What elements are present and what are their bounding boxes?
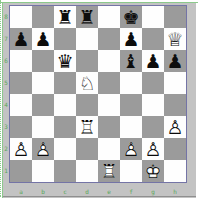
piece-black-pawn[interactable]: ♟ (164, 50, 186, 72)
piece-black-pawn[interactable]: ♟ (120, 28, 142, 50)
square-h6[interactable]: ♟ (164, 50, 186, 72)
rank-label-4: 4 (3, 94, 9, 116)
white-pawn-icon: ♙ (32, 138, 54, 160)
file-label-h: h (164, 187, 186, 197)
square-g1[interactable]: ♚♔ (142, 160, 164, 182)
square-d4[interactable] (76, 94, 98, 116)
piece-black-rook[interactable]: ♜ (54, 6, 76, 28)
piece-white-rook[interactable]: ♜♖ (98, 160, 120, 182)
piece-black-rook[interactable]: ♜ (76, 6, 98, 28)
square-c5[interactable] (54, 72, 76, 94)
square-b6[interactable] (32, 50, 54, 72)
rank-label-1: 1 (3, 160, 9, 182)
square-f2[interactable]: ♟♙ (120, 138, 142, 160)
black-rook-icon: ♜ (76, 6, 98, 28)
square-c3[interactable] (54, 116, 76, 138)
square-b1[interactable] (32, 160, 54, 182)
square-e2[interactable] (98, 138, 120, 160)
file-label-d: d (76, 187, 98, 197)
piece-black-queen[interactable]: ♛ (54, 50, 76, 72)
white-pawn-icon: ♙ (120, 138, 142, 160)
square-h5[interactable] (164, 72, 186, 94)
square-a7[interactable]: ♟ (10, 28, 32, 50)
square-a8[interactable] (10, 6, 32, 28)
white-king-icon: ♔ (142, 160, 164, 182)
square-a6[interactable] (10, 50, 32, 72)
square-c2[interactable] (54, 138, 76, 160)
square-e1[interactable]: ♜♖ (98, 160, 120, 182)
square-a3[interactable] (10, 116, 32, 138)
square-c1[interactable] (54, 160, 76, 182)
rank-label-6: 6 (3, 50, 9, 72)
black-pawn-icon: ♟ (32, 28, 54, 50)
square-e3[interactable] (98, 116, 120, 138)
square-h1[interactable] (164, 160, 186, 182)
file-label-g: g (142, 187, 164, 197)
white-pawn-icon: ♙ (164, 116, 186, 138)
square-b7[interactable]: ♟ (32, 28, 54, 50)
square-f1[interactable] (120, 160, 142, 182)
rank-label-3: 3 (3, 116, 9, 138)
file-label-b: b (32, 187, 54, 197)
square-b2[interactable]: ♟♙ (32, 138, 54, 160)
square-c6[interactable]: ♛ (54, 50, 76, 72)
square-e7[interactable] (98, 28, 120, 50)
square-g7[interactable] (142, 28, 164, 50)
square-g6[interactable]: ♟ (142, 50, 164, 72)
square-h3[interactable]: ♟♙ (164, 116, 186, 138)
white-pawn-icon: ♙ (10, 138, 32, 160)
piece-black-bishop[interactable]: ♝ (120, 50, 142, 72)
square-f8[interactable]: ♚ (120, 6, 142, 28)
square-c7[interactable] (54, 28, 76, 50)
chess-board[interactable]: ♜♜♚♟♟♟♛♕♛♝♟♟♞♘♜♖♟♙♟♙♟♙♟♙♟♙♜♖♚♔ (9, 5, 187, 183)
piece-white-knight[interactable]: ♞♘ (76, 72, 98, 94)
rank-label-5: 5 (3, 72, 9, 94)
piece-black-pawn[interactable]: ♟ (10, 28, 32, 50)
white-queen-icon: ♕ (164, 28, 186, 50)
square-h4[interactable] (164, 94, 186, 116)
square-e4[interactable] (98, 94, 120, 116)
square-g4[interactable] (142, 94, 164, 116)
piece-white-pawn[interactable]: ♟♙ (142, 138, 164, 160)
piece-black-king[interactable]: ♚ (120, 6, 142, 28)
square-h2[interactable] (164, 138, 186, 160)
square-c8[interactable]: ♜ (54, 6, 76, 28)
file-label-a: a (10, 187, 32, 197)
piece-white-rook[interactable]: ♜♖ (76, 116, 98, 138)
square-d8[interactable]: ♜ (76, 6, 98, 28)
square-b3[interactable] (32, 116, 54, 138)
square-a1[interactable] (10, 160, 32, 182)
square-a2[interactable]: ♟♙ (10, 138, 32, 160)
square-h7[interactable]: ♛♕ (164, 28, 186, 50)
black-queen-icon: ♛ (54, 50, 76, 72)
piece-white-pawn[interactable]: ♟♙ (164, 116, 186, 138)
file-label-c: c (54, 187, 76, 197)
black-pawn-icon: ♟ (142, 50, 164, 72)
white-rook-icon: ♖ (76, 116, 98, 138)
square-b5[interactable] (32, 72, 54, 94)
piece-white-pawn[interactable]: ♟♙ (32, 138, 54, 160)
square-f4[interactable] (120, 94, 142, 116)
square-h8[interactable] (164, 6, 186, 28)
square-d2[interactable] (76, 138, 98, 160)
square-g2[interactable]: ♟♙ (142, 138, 164, 160)
piece-white-pawn[interactable]: ♟♙ (120, 138, 142, 160)
square-g3[interactable] (142, 116, 164, 138)
black-king-icon: ♚ (120, 6, 142, 28)
black-pawn-icon: ♟ (10, 28, 32, 50)
square-a5[interactable] (10, 72, 32, 94)
square-g8[interactable] (142, 6, 164, 28)
black-rook-icon: ♜ (54, 6, 76, 28)
square-d6[interactable] (76, 50, 98, 72)
white-knight-icon: ♘ (76, 72, 98, 94)
black-bishop-icon: ♝ (120, 50, 142, 72)
piece-white-pawn[interactable]: ♟♙ (10, 138, 32, 160)
file-label-f: f (120, 187, 142, 197)
rank-label-2: 2 (3, 138, 9, 160)
square-b8[interactable] (32, 6, 54, 28)
square-d1[interactable] (76, 160, 98, 182)
square-c4[interactable] (54, 94, 76, 116)
piece-white-king[interactable]: ♚♔ (142, 160, 164, 182)
square-d3[interactable]: ♜♖ (76, 116, 98, 138)
square-e8[interactable] (98, 6, 120, 28)
square-d5[interactable]: ♞♘ (76, 72, 98, 94)
square-d7[interactable] (76, 28, 98, 50)
file-label-e: e (98, 187, 120, 197)
square-e6[interactable] (98, 50, 120, 72)
square-f7[interactable]: ♟ (120, 28, 142, 50)
square-f3[interactable] (120, 116, 142, 138)
square-f5[interactable] (120, 72, 142, 94)
piece-white-queen[interactable]: ♛♕ (164, 28, 186, 50)
black-pawn-icon: ♟ (164, 50, 186, 72)
square-e5[interactable] (98, 72, 120, 94)
black-pawn-icon: ♟ (120, 28, 142, 50)
piece-black-pawn[interactable]: ♟ (32, 28, 54, 50)
square-f6[interactable]: ♝ (120, 50, 142, 72)
white-pawn-icon: ♙ (142, 138, 164, 160)
square-a4[interactable] (10, 94, 32, 116)
white-rook-icon: ♖ (98, 160, 120, 182)
piece-black-pawn[interactable]: ♟ (142, 50, 164, 72)
square-g5[interactable] (142, 72, 164, 94)
square-b4[interactable] (32, 94, 54, 116)
rank-label-8: 8 (3, 6, 9, 28)
rank-label-7: 7 (3, 28, 9, 50)
